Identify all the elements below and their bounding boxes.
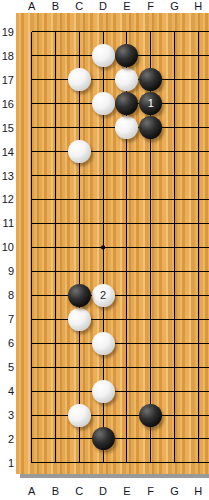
black-stone[interactable] — [139, 404, 162, 427]
row-label: 5 — [0, 360, 14, 374]
white-stone[interactable] — [68, 68, 91, 91]
column-label-bottom: B — [46, 485, 66, 498]
grid-lines — [16, 13, 209, 474]
black-stone[interactable] — [92, 427, 115, 450]
goban[interactable]: 21 — [16, 13, 209, 474]
column-label-top: G — [165, 0, 185, 13]
row-label: 6 — [0, 336, 14, 350]
row-label: 4 — [0, 384, 14, 398]
row-label: 3 — [0, 408, 14, 422]
column-label-bottom: G — [165, 485, 185, 498]
star-point — [101, 245, 105, 249]
column-label-bottom: A — [22, 485, 42, 498]
row-label: 10 — [0, 240, 14, 254]
row-label: 7 — [0, 312, 14, 326]
column-label-top: H — [188, 0, 208, 13]
go-board-diagram: ABCDEFGH 19181716151413121110987654321 2… — [0, 0, 209, 500]
column-label-top: B — [46, 0, 66, 13]
white-stone[interactable] — [92, 332, 115, 355]
white-stone[interactable] — [92, 380, 115, 403]
row-label: 13 — [0, 169, 14, 183]
row-label: 14 — [0, 145, 14, 159]
white-stone[interactable]: 2 — [92, 284, 115, 307]
row-label: 1 — [0, 456, 14, 470]
row-label: 17 — [0, 73, 14, 87]
row-label: 2 — [0, 432, 14, 446]
column-label-top: D — [93, 0, 113, 13]
column-label-top: E — [117, 0, 137, 13]
row-label: 12 — [0, 192, 14, 206]
row-label: 15 — [0, 121, 14, 135]
column-label-top: F — [141, 0, 161, 13]
row-label: 8 — [0, 288, 14, 302]
board-shadow — [20, 474, 209, 478]
column-label-bottom: C — [69, 485, 89, 498]
white-stone[interactable] — [92, 92, 115, 115]
move-number-label: 1 — [148, 98, 154, 109]
white-stone[interactable] — [92, 44, 115, 67]
column-label-bottom: F — [141, 485, 161, 498]
column-label-bottom: E — [117, 485, 137, 498]
white-stone[interactable] — [68, 140, 91, 163]
row-label: 19 — [0, 25, 14, 39]
row-label: 16 — [0, 97, 14, 111]
column-label-top: A — [22, 0, 42, 13]
white-stone[interactable] — [68, 308, 91, 331]
black-stone[interactable] — [68, 284, 91, 307]
column-label-bottom: D — [93, 485, 113, 498]
white-stone[interactable] — [68, 404, 91, 427]
move-number-label: 2 — [100, 290, 106, 301]
column-label-bottom: H — [188, 485, 208, 498]
column-label-top: C — [69, 0, 89, 13]
row-label: 18 — [0, 49, 14, 63]
row-label: 9 — [0, 264, 14, 278]
row-label: 11 — [0, 216, 14, 230]
